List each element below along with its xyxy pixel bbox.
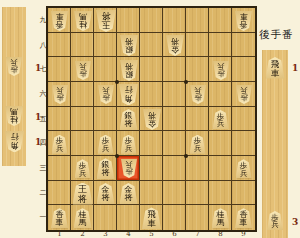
piece-kanji: 桂馬 (216, 208, 226, 227)
square-4-1[interactable] (117, 205, 140, 230)
piece-kanji: 桂馬 (78, 11, 88, 30)
shogi-board: 香車桂馬玉将香車銀将金将歩兵銀将歩兵歩兵歩兵角行歩兵歩兵銀将金将歩兵歩兵歩兵歩兵… (46, 6, 257, 232)
square-6-9[interactable] (163, 8, 186, 33)
square-6-4[interactable] (163, 131, 186, 156)
turn-indicator: 後手番 (259, 28, 294, 42)
square-4-9[interactable] (117, 8, 140, 33)
piece-kanji: 歩兵 (271, 211, 280, 229)
gote-hand-count: 3 (292, 218, 298, 227)
rank-label-7: 七 (38, 66, 48, 73)
piece-kanji: 銀将 (101, 158, 111, 177)
square-8-4[interactable] (209, 131, 232, 156)
piece-kanji: 歩兵 (239, 86, 248, 104)
piece-kanji: 香車 (239, 11, 249, 30)
piece-kanji: 香車 (239, 208, 249, 227)
piece-kanji: 金将 (124, 183, 134, 202)
file-label-5: 5 (147, 231, 157, 238)
square-5-4[interactable] (140, 131, 163, 156)
square-6-7[interactable] (163, 57, 186, 82)
hoshi-dot (115, 154, 119, 158)
square-2-4[interactable] (71, 131, 94, 156)
square-3-1[interactable] (94, 205, 117, 230)
file-label-7: 7 (193, 231, 203, 238)
piece-kanji: 歩兵 (78, 159, 87, 177)
square-8-2[interactable] (209, 181, 232, 206)
hoshi-dot (115, 80, 119, 84)
file-label-3: 3 (101, 231, 111, 238)
square-3-5[interactable] (94, 107, 117, 132)
file-label-9: 9 (239, 231, 249, 238)
piece-kanji: 飛車 (147, 207, 157, 228)
square-6-5[interactable] (163, 107, 186, 132)
square-7-7[interactable] (186, 57, 209, 82)
piece-kanji: 桂馬 (9, 107, 19, 126)
piece-kanji: 金将 (170, 37, 180, 56)
file-label-6: 6 (170, 231, 180, 238)
rank-label-8: 八 (38, 42, 48, 49)
square-6-2[interactable] (163, 181, 186, 206)
square-9-5[interactable] (232, 107, 255, 132)
hoshi-dot (184, 80, 188, 84)
square-7-9[interactable] (186, 8, 209, 33)
square-7-2[interactable] (186, 181, 209, 206)
rank-label-2: 二 (38, 190, 48, 197)
gote-hand-count: 1 (292, 64, 298, 73)
square-3-7[interactable] (94, 57, 117, 82)
square-1-5[interactable] (48, 107, 71, 132)
rank-label-9: 九 (38, 17, 48, 24)
square-9-8[interactable] (232, 33, 255, 58)
piece-kanji: 歩兵 (216, 110, 225, 128)
rank-label-3: 三 (38, 165, 48, 172)
piece-kanji: 歩兵 (193, 135, 202, 153)
rank-label-6: 六 (38, 91, 48, 98)
file-label-1: 1 (55, 231, 65, 238)
piece-kanji: 香車 (55, 208, 65, 227)
piece-kanji: 銀将 (124, 109, 134, 128)
square-6-6[interactable] (163, 82, 186, 107)
shogi-app: 後手番 香車桂馬玉将香車銀将金将歩兵銀将歩兵歩兵歩兵角行歩兵歩兵銀将金将歩兵歩兵… (0, 0, 300, 238)
piece-kanji: 歩兵 (55, 135, 64, 153)
piece-kanji: 歩兵 (193, 86, 202, 104)
piece-kanji: 歩兵 (10, 58, 19, 76)
piece-kanji: 歩兵 (101, 135, 110, 153)
piece-kanji: 歩兵 (124, 160, 133, 178)
square-5-8[interactable] (140, 33, 163, 58)
square-9-4[interactable] (232, 131, 255, 156)
rank-label-4: 四 (38, 140, 48, 147)
rank-label-1: 一 (38, 214, 48, 221)
piece-kanji: 銀将 (124, 61, 134, 80)
square-8-3[interactable] (209, 156, 232, 181)
hoshi-dot (184, 154, 188, 158)
square-3-8[interactable] (94, 33, 117, 58)
square-8-9[interactable] (209, 8, 232, 33)
file-label-8: 8 (216, 231, 226, 238)
square-2-5[interactable] (71, 107, 94, 132)
square-6-1[interactable] (163, 205, 186, 230)
square-9-2[interactable] (232, 181, 255, 206)
piece-kanji: 歩兵 (239, 159, 248, 177)
square-1-8[interactable] (48, 33, 71, 58)
rank-label-5: 五 (38, 116, 48, 123)
square-9-7[interactable] (232, 57, 255, 82)
piece-kanji: 王将 (77, 183, 88, 205)
piece-kanji: 歩兵 (101, 86, 110, 104)
square-8-8[interactable] (209, 33, 232, 58)
square-5-6[interactable] (140, 82, 163, 107)
square-7-3[interactable] (186, 156, 209, 181)
piece-kanji: 玉将 (100, 10, 111, 32)
file-label-2: 2 (78, 231, 88, 238)
square-5-2[interactable] (140, 181, 163, 206)
square-7-1[interactable] (186, 205, 209, 230)
file-label-4: 4 (124, 231, 134, 238)
piece-kanji: 角行 (9, 132, 19, 153)
piece-kanji: 歩兵 (55, 86, 64, 104)
piece-kanji: 歩兵 (124, 135, 133, 153)
square-8-6[interactable] (209, 82, 232, 107)
piece-kanji: 歩兵 (78, 61, 87, 79)
piece-kanji: 桂馬 (78, 208, 88, 227)
piece-kanji: 銀将 (124, 37, 134, 56)
square-1-3[interactable] (48, 156, 71, 181)
piece-kanji: 香車 (55, 11, 65, 30)
square-2-6[interactable] (71, 82, 94, 107)
square-7-5[interactable] (186, 107, 209, 132)
piece-kanji: 金将 (101, 183, 111, 202)
square-1-7[interactable] (48, 57, 71, 82)
square-1-2[interactable] (48, 181, 71, 206)
square-7-8[interactable] (186, 33, 209, 58)
piece-kanji: 飛車 (270, 57, 280, 78)
square-2-8[interactable] (71, 33, 94, 58)
piece-kanji: 金将 (147, 111, 157, 130)
square-5-7[interactable] (140, 57, 163, 82)
piece-kanji: 歩兵 (216, 61, 225, 79)
square-5-3[interactable] (140, 156, 163, 181)
square-5-9[interactable] (140, 8, 163, 33)
piece-kanji: 角行 (124, 85, 134, 106)
square-6-3[interactable] (163, 156, 186, 181)
